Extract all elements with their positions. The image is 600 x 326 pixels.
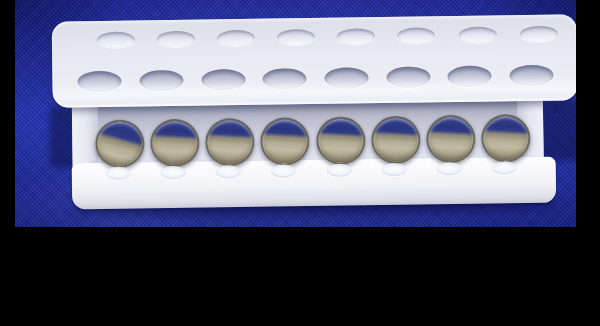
back-hole-8 — [520, 26, 558, 43]
front-hole-5 — [324, 67, 368, 89]
front-hole-7 — [447, 66, 491, 88]
magnet-disc-8 — [481, 114, 531, 163]
magnet-disc-5 — [316, 116, 366, 165]
base-bump-1 — [105, 167, 130, 180]
front-hole-1 — [77, 71, 121, 93]
magnet-disc-6 — [371, 116, 421, 165]
magnet-disc-7 — [426, 115, 476, 164]
back-hole-1 — [97, 32, 135, 49]
front-hole-8 — [509, 65, 553, 87]
back-hole-4 — [277, 29, 315, 46]
rack-top-plate — [52, 14, 576, 107]
base-bump-3 — [215, 165, 240, 178]
magnet-disc-4 — [260, 117, 310, 166]
back-hole-5 — [337, 28, 375, 45]
back-hole-2 — [157, 31, 195, 48]
back-hole-row — [52, 14, 576, 21]
base-bump-4 — [270, 164, 295, 177]
front-hole-4 — [262, 68, 306, 90]
magnet-disc-3 — [205, 118, 255, 167]
base-bump-6 — [381, 163, 406, 176]
base-bump-5 — [326, 164, 351, 177]
rack-left-end-wall — [72, 107, 99, 167]
base-bump-2 — [160, 166, 185, 179]
back-hole-6 — [397, 27, 435, 44]
back-hole-7 — [459, 26, 497, 43]
magnet-disc-2 — [150, 119, 200, 168]
front-hole-6 — [386, 66, 430, 88]
front-hole-2 — [139, 70, 183, 92]
screenshot — [0, 0, 600, 326]
front-hole-3 — [201, 69, 245, 91]
back-hole-3 — [217, 30, 255, 47]
base-bump-8 — [491, 161, 516, 174]
base-bump-7 — [436, 162, 461, 175]
rack-base-plate — [72, 157, 557, 210]
magnet-disc-1 — [95, 119, 145, 168]
front-hole-row — [52, 14, 576, 21]
photo-blue-fabric-background — [15, 0, 576, 227]
test-tube-rack — [50, 10, 576, 217]
